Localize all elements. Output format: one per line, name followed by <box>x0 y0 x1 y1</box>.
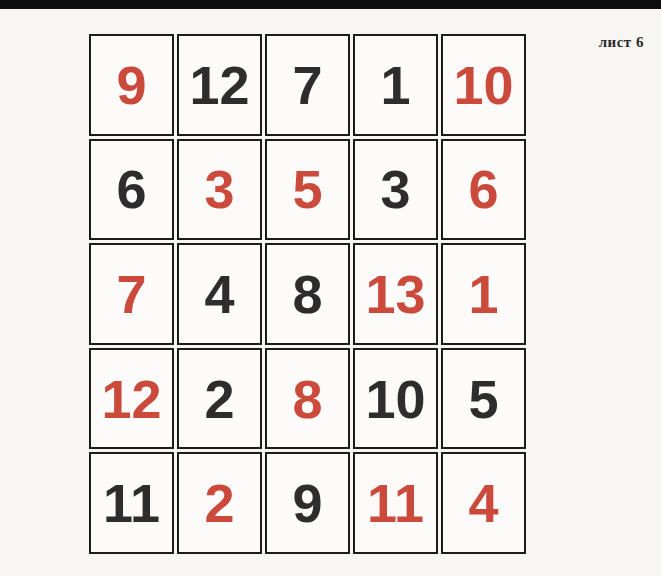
grid-cell[interactable]: 11 <box>353 452 438 554</box>
grid-cell[interactable]: 3 <box>353 139 438 241</box>
grid-cell[interactable]: 9 <box>265 452 350 554</box>
grid-cell[interactable]: 1 <box>441 243 526 345</box>
scan-top-edge-bar <box>0 0 661 9</box>
schulte-grid: 91271106353674813112281051129114 <box>89 34 526 554</box>
sheet-label: лист 6 <box>599 34 644 51</box>
grid-cell[interactable]: 2 <box>177 348 262 450</box>
grid-cell[interactable]: 9 <box>89 34 174 136</box>
grid-cell[interactable]: 4 <box>177 243 262 345</box>
grid-cell[interactable]: 10 <box>353 348 438 450</box>
grid-cell[interactable]: 6 <box>441 139 526 241</box>
grid-cell[interactable]: 12 <box>89 348 174 450</box>
grid-cell[interactable]: 13 <box>353 243 438 345</box>
grid-cell[interactable]: 1 <box>353 34 438 136</box>
grid-cell[interactable]: 8 <box>265 243 350 345</box>
grid-cell[interactable]: 2 <box>177 452 262 554</box>
grid-cell[interactable]: 3 <box>177 139 262 241</box>
grid-cell[interactable]: 11 <box>89 452 174 554</box>
grid-cell[interactable]: 10 <box>441 34 526 136</box>
grid-cell[interactable]: 8 <box>265 348 350 450</box>
grid-cell[interactable]: 6 <box>89 139 174 241</box>
grid-cell[interactable]: 7 <box>89 243 174 345</box>
grid-cell[interactable]: 7 <box>265 34 350 136</box>
grid-cell[interactable]: 4 <box>441 452 526 554</box>
grid-cell[interactable]: 5 <box>441 348 526 450</box>
grid-cell[interactable]: 12 <box>177 34 262 136</box>
grid-cell[interactable]: 5 <box>265 139 350 241</box>
